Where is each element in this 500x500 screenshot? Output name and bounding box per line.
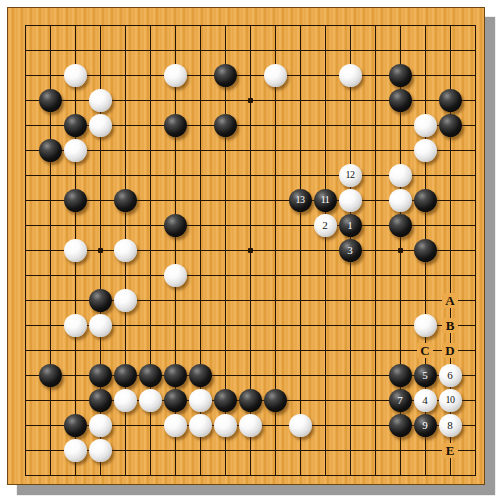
stone-black-move-5: 5 [414, 364, 437, 387]
move-number: 2 [322, 220, 328, 231]
stone-white-move-8: 8 [439, 414, 462, 437]
grid-line-vertical [375, 25, 376, 476]
stone-black-move-13: 13 [289, 189, 312, 212]
stone-black [164, 389, 187, 412]
stone-white [164, 414, 187, 437]
move-number: 13 [296, 195, 305, 205]
grid-line-horizontal [25, 350, 476, 351]
stone-white [389, 164, 412, 187]
stone-black [89, 364, 112, 387]
point-label-c: C [417, 343, 433, 358]
stone-black-move-1: 1 [339, 214, 362, 237]
star-point [248, 248, 253, 253]
stone-white [264, 64, 287, 87]
stone-white [189, 414, 212, 437]
stone-black [389, 364, 412, 387]
point-label-a: A [442, 293, 458, 308]
grid-line-vertical [475, 25, 476, 476]
stone-white [414, 314, 437, 337]
stone-white [139, 389, 162, 412]
stone-white-move-6: 6 [439, 364, 462, 387]
stone-white [89, 114, 112, 137]
stone-white [64, 64, 87, 87]
stone-white-move-4: 4 [414, 389, 437, 412]
stone-black [414, 239, 437, 262]
stone-white [64, 139, 87, 162]
move-number: 5 [422, 370, 428, 381]
star-point [398, 248, 403, 253]
star-point [98, 248, 103, 253]
move-number: 12 [346, 170, 355, 180]
go-board[interactable]: 12131121356741098ABCDE [7, 7, 485, 485]
stone-white [114, 289, 137, 312]
stone-black [389, 89, 412, 112]
stone-black [214, 64, 237, 87]
stone-white [414, 114, 437, 137]
grid-line-vertical [325, 25, 326, 476]
move-number: 3 [347, 245, 353, 256]
stone-black [114, 364, 137, 387]
stone-white [164, 264, 187, 287]
move-number: 1 [347, 220, 353, 231]
stone-black [439, 114, 462, 137]
stone-white-move-2: 2 [314, 214, 337, 237]
stone-white [89, 314, 112, 337]
star-point [248, 98, 253, 103]
stone-white [89, 439, 112, 462]
stone-black [389, 64, 412, 87]
move-number: 8 [447, 420, 453, 431]
stone-white [339, 64, 362, 87]
move-number: 10 [446, 395, 455, 405]
stone-black-move-3: 3 [339, 239, 362, 262]
stone-black [114, 189, 137, 212]
stone-black [39, 139, 62, 162]
stone-white [89, 89, 112, 112]
move-number: 4 [422, 395, 428, 406]
stone-black [64, 189, 87, 212]
move-number: 6 [447, 370, 453, 381]
stone-white-move-10: 10 [439, 389, 462, 412]
stone-white [214, 414, 237, 437]
stone-black [39, 89, 62, 112]
point-label-e: E [442, 443, 458, 458]
stone-white-move-12: 12 [339, 164, 362, 187]
stone-white [389, 189, 412, 212]
stone-black [39, 364, 62, 387]
page-background: 12131121356741098ABCDE [0, 0, 500, 500]
stone-black [189, 364, 212, 387]
move-number: 11 [321, 195, 330, 205]
stone-black [214, 114, 237, 137]
move-number: 9 [422, 420, 428, 431]
stone-white [239, 414, 262, 437]
stone-black [439, 89, 462, 112]
stone-white [89, 414, 112, 437]
stone-black-move-9: 9 [414, 414, 437, 437]
grid-line-vertical [300, 25, 301, 476]
stone-black [214, 389, 237, 412]
stone-black [264, 389, 287, 412]
stone-white [64, 314, 87, 337]
stone-black [139, 364, 162, 387]
stone-black [89, 289, 112, 312]
stone-black-move-11: 11 [314, 189, 337, 212]
stone-white [189, 389, 212, 412]
stone-white [339, 189, 362, 212]
stone-white [164, 64, 187, 87]
stone-black-move-7: 7 [389, 389, 412, 412]
stone-black [239, 389, 262, 412]
stone-white [64, 239, 87, 262]
stone-black [89, 389, 112, 412]
stone-black [414, 189, 437, 212]
stone-black [64, 114, 87, 137]
stone-black [64, 414, 87, 437]
point-label-d: D [442, 343, 458, 358]
stone-black [164, 214, 187, 237]
stone-black [164, 364, 187, 387]
stone-white [289, 414, 312, 437]
stone-white [414, 139, 437, 162]
stone-black [164, 114, 187, 137]
stone-white [114, 389, 137, 412]
stone-white [64, 439, 87, 462]
stone-black [389, 414, 412, 437]
move-number: 7 [397, 395, 403, 406]
point-label-b: B [442, 318, 458, 333]
grid-line-horizontal [25, 275, 476, 276]
stone-white [114, 239, 137, 262]
stone-black [389, 214, 412, 237]
grid-line-horizontal [25, 475, 476, 476]
